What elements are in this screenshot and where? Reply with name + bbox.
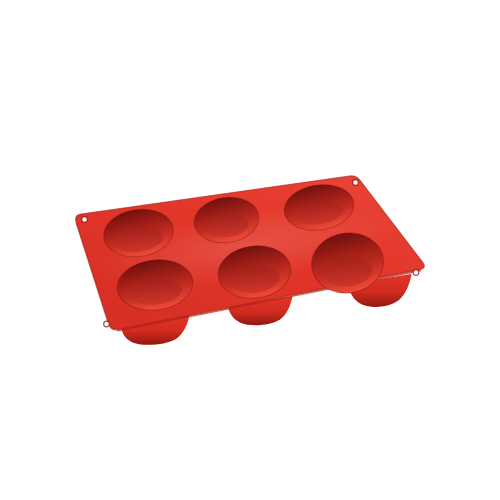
corner-hole-top-right [353,180,359,186]
product-photo-muffin-mold [0,0,500,500]
corner-hole-top-left [82,217,88,223]
corner-hole-bottom-left [104,321,110,327]
muffin-mold-illustration [0,0,500,500]
corner-hole-right [413,270,419,276]
